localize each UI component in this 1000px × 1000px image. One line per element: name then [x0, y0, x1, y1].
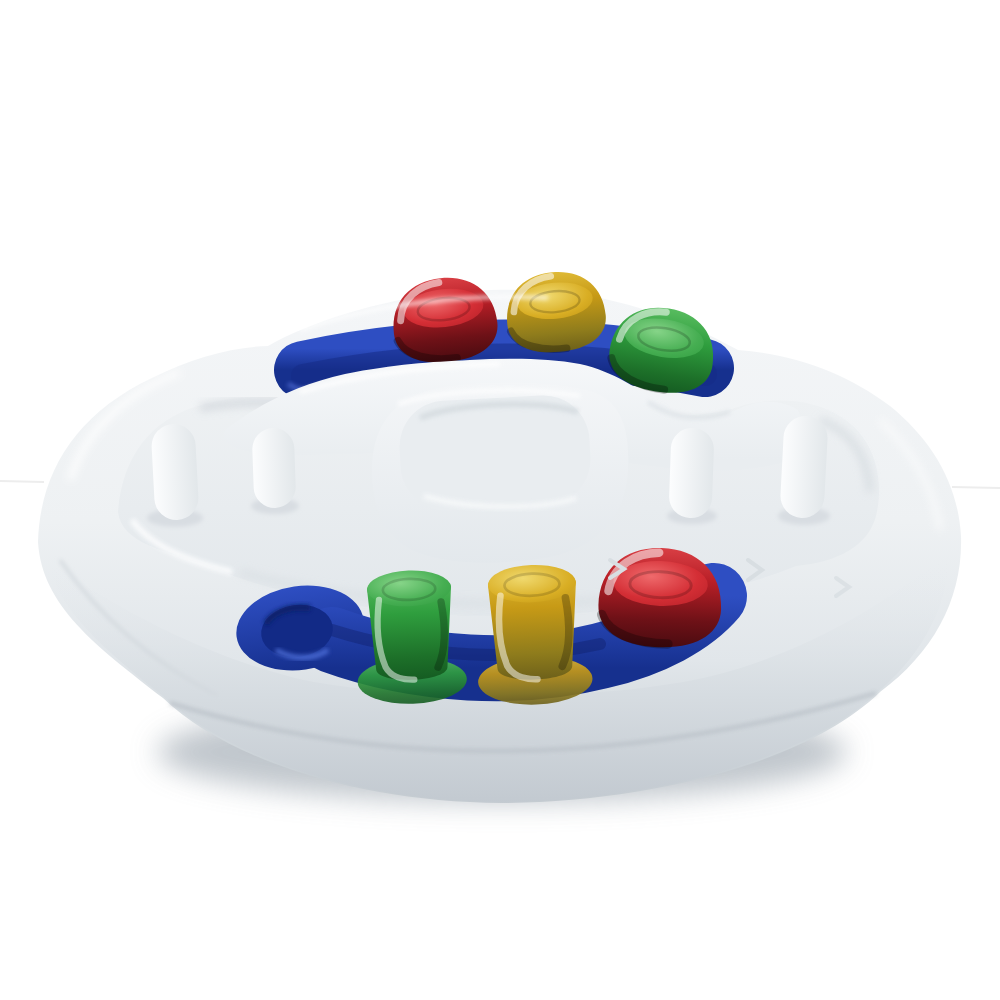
- product-photo-stage: two-track color-cap sliding puzzle tray: [0, 0, 1000, 1000]
- backdrop-seam-left: [0, 481, 44, 482]
- peg-left-outer: [151, 423, 200, 521]
- peg-right-outer: [779, 415, 828, 519]
- peg-right-inner: [668, 427, 714, 518]
- center-platform: [372, 383, 628, 563]
- peg-left-inner: [252, 427, 297, 508]
- game-tray-photo: [0, 0, 1000, 1000]
- backdrop-seam-right: [952, 487, 1000, 488]
